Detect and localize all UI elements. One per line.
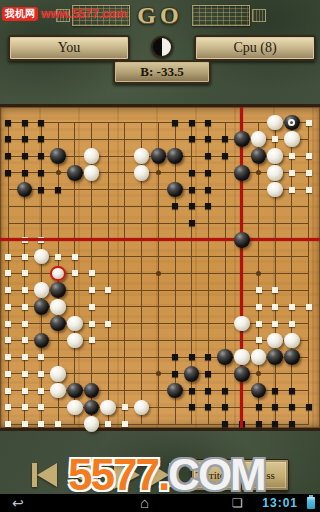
black-stone [267,349,283,365]
black-stone [167,182,183,198]
white-territory-marker [38,421,44,427]
black-territory-marker [22,153,28,159]
white-territory-marker [289,170,295,176]
grid-line-vertical [208,123,209,425]
white-territory-marker [5,254,11,260]
black-stone [167,383,183,399]
star-point [156,371,161,376]
back-icon[interactable]: ↩ [12,494,24,512]
white-territory-marker [22,304,28,310]
black-territory-marker [189,187,195,193]
black-territory-marker [222,421,228,427]
grid-line-vertical [175,123,176,425]
player-right-label: Cpu (8) [233,40,276,56]
black-territory-marker [189,120,195,126]
skip-to-start-button[interactable] [32,461,57,489]
white-territory-marker [105,321,111,327]
black-territory-marker [272,421,278,427]
white-territory-marker [5,337,11,343]
white-stone [134,400,150,416]
white-territory-marker [55,421,61,427]
white-territory-marker [89,321,95,327]
white-territory-marker [5,404,11,410]
white-territory-marker [289,321,295,327]
turn-indicator-icon [151,36,173,58]
white-territory-marker [55,254,61,260]
black-territory-marker [5,136,11,142]
white-stone [251,349,267,365]
white-territory-marker [5,287,11,293]
black-territory-marker [172,354,178,360]
white-stone [251,131,267,147]
black-territory-marker [222,136,228,142]
black-stone [184,366,200,382]
watermark-url: www.5577.com [41,7,127,21]
white-territory-marker [22,354,28,360]
white-territory-marker [72,270,78,276]
white-territory-marker [306,187,312,193]
black-territory-marker [38,136,44,142]
black-territory-marker [205,388,211,394]
black-territory-marker [22,136,28,142]
black-stone [234,165,250,181]
black-territory-marker [205,170,211,176]
black-territory-marker [205,203,211,209]
status-clock: 13:01 [262,494,298,512]
black-territory-marker [38,187,44,193]
black-stone [34,299,50,315]
white-territory-marker [272,136,278,142]
white-territory-marker [256,287,262,293]
white-territory-marker [5,388,11,394]
white-territory-marker [289,153,295,159]
black-stone [50,282,66,298]
white-stone [100,400,116,416]
black-stone [84,383,100,399]
white-territory-marker [38,388,44,394]
white-territory-marker [122,421,128,427]
white-territory-marker [5,421,11,427]
black-territory-marker [38,153,44,159]
white-stone [34,282,50,298]
white-stone [267,333,283,349]
black-territory-marker [38,120,44,126]
white-territory-marker [306,153,312,159]
white-territory-marker [256,321,262,327]
black-territory-marker [22,170,28,176]
player-left-plaque[interactable]: You [8,35,130,61]
white-stone [234,316,250,332]
white-territory-marker [5,371,11,377]
black-stone-circle-marked [284,115,300,131]
star-point [156,271,161,276]
white-stone [284,333,300,349]
black-territory-marker [205,404,211,410]
white-territory-marker [72,254,78,260]
white-stone [267,165,283,181]
star-point [256,170,261,175]
white-stone [84,148,100,164]
white-territory-marker [5,354,11,360]
black-territory-marker [5,120,11,126]
white-stone [67,316,83,332]
white-territory-marker [256,337,262,343]
grid-line-horizontal [8,424,310,425]
white-stone [267,115,283,131]
black-stone [167,148,183,164]
black-territory-marker [289,421,295,427]
white-stone [284,131,300,147]
black-stone [50,316,66,332]
black-territory-marker [272,388,278,394]
black-territory-marker [189,354,195,360]
white-territory-marker [5,270,11,276]
watermark-bottom: 5577.COM [68,451,265,499]
score-value: B: -33.5 [140,64,183,80]
black-stone [284,349,300,365]
black-stone [34,333,50,349]
white-territory-marker [256,304,262,310]
white-territory-marker [89,337,95,343]
white-stone [267,182,283,198]
black-territory-marker [205,354,211,360]
skip-start-triangle-icon [37,463,57,487]
white-stone [67,400,83,416]
white-territory-marker [105,421,111,427]
white-territory-marker [105,287,111,293]
black-territory-marker [256,404,262,410]
star-point [256,371,261,376]
black-territory-marker [205,371,211,377]
watermark-bottom-number: 5577. [68,450,168,499]
black-territory-marker [205,120,211,126]
black-territory-marker [189,136,195,142]
black-stone [251,148,267,164]
white-territory-marker [38,404,44,410]
white-stone [50,366,66,382]
grid-line-horizontal [8,407,310,408]
black-territory-marker [205,153,211,159]
white-stone-red-ring [50,266,66,282]
white-territory-marker [22,321,28,327]
white-territory-marker [306,120,312,126]
black-territory-marker [189,388,195,394]
white-territory-marker [22,371,28,377]
black-territory-marker [22,120,28,126]
black-stone [151,148,167,164]
white-territory-marker [306,170,312,176]
black-stone [67,383,83,399]
black-territory-marker [172,203,178,209]
last-move-line-horizontal [0,238,320,241]
white-territory-marker [5,321,11,327]
white-stone [134,165,150,181]
white-territory-marker [272,287,278,293]
player-left-label: You [58,40,81,56]
black-territory-marker [5,153,11,159]
black-territory-marker [189,404,195,410]
white-territory-marker [272,321,278,327]
white-territory-marker [38,354,44,360]
black-territory-marker [289,388,295,394]
grid-line-vertical [291,123,292,425]
white-territory-marker [89,304,95,310]
black-territory-marker [272,404,278,410]
black-territory-marker [189,203,195,209]
star-point [56,170,61,175]
black-stone [17,182,33,198]
player-right-plaque[interactable]: Cpu (8) [194,35,316,61]
black-territory-marker [256,421,262,427]
white-territory-marker [22,388,28,394]
star-point [256,271,261,276]
black-stone [251,383,267,399]
white-territory-marker [22,404,28,410]
black-stone [84,400,100,416]
watermark-bottom-com: COM [168,450,265,499]
white-territory-marker [22,337,28,343]
grid-line-vertical [308,123,309,425]
black-territory-marker [222,388,228,394]
white-circle-marker [288,119,295,126]
black-territory-marker [38,170,44,176]
white-territory-marker [89,270,95,276]
white-territory-marker [38,371,44,377]
white-stone [50,299,66,315]
white-stone [267,148,283,164]
white-territory-marker [22,270,28,276]
black-stone [234,232,250,248]
white-territory-marker [22,254,28,260]
black-territory-marker [205,187,211,193]
watermark-badge: 我机网 [2,7,38,21]
black-territory-marker [189,170,195,176]
black-territory-marker [55,187,61,193]
white-stone [34,249,50,265]
white-stone [134,148,150,164]
white-territory-marker [306,304,312,310]
white-territory-marker [289,304,295,310]
black-territory-marker [5,170,11,176]
black-territory-marker [189,220,195,226]
white-territory-marker [272,304,278,310]
black-territory-marker [205,136,211,142]
white-territory-marker [22,287,28,293]
white-stone [67,333,83,349]
black-stone [234,131,250,147]
white-territory-marker [89,287,95,293]
white-territory-marker [5,304,11,310]
score-plaque: B: -33.5 [113,60,211,84]
go-board[interactable] [0,104,320,431]
black-stone [234,366,250,382]
white-stone [50,383,66,399]
grid-line-vertical [225,123,226,425]
white-stone [84,416,100,432]
white-stone [234,349,250,365]
white-territory-marker [122,404,128,410]
black-territory-marker [172,371,178,377]
watermark-top: 我机网 www.5577.com [2,7,127,21]
black-territory-marker [172,120,178,126]
black-territory-marker [222,404,228,410]
white-territory-marker [289,187,295,193]
battery-icon [307,497,315,509]
black-territory-marker [289,404,295,410]
black-stone [217,349,233,365]
white-territory-marker [22,421,28,427]
star-point [156,170,161,175]
black-stone [50,148,66,164]
grid-line-horizontal [8,340,310,341]
black-territory-marker [222,153,228,159]
black-territory-marker [306,404,312,410]
white-stone [84,165,100,181]
black-stone [67,165,83,181]
